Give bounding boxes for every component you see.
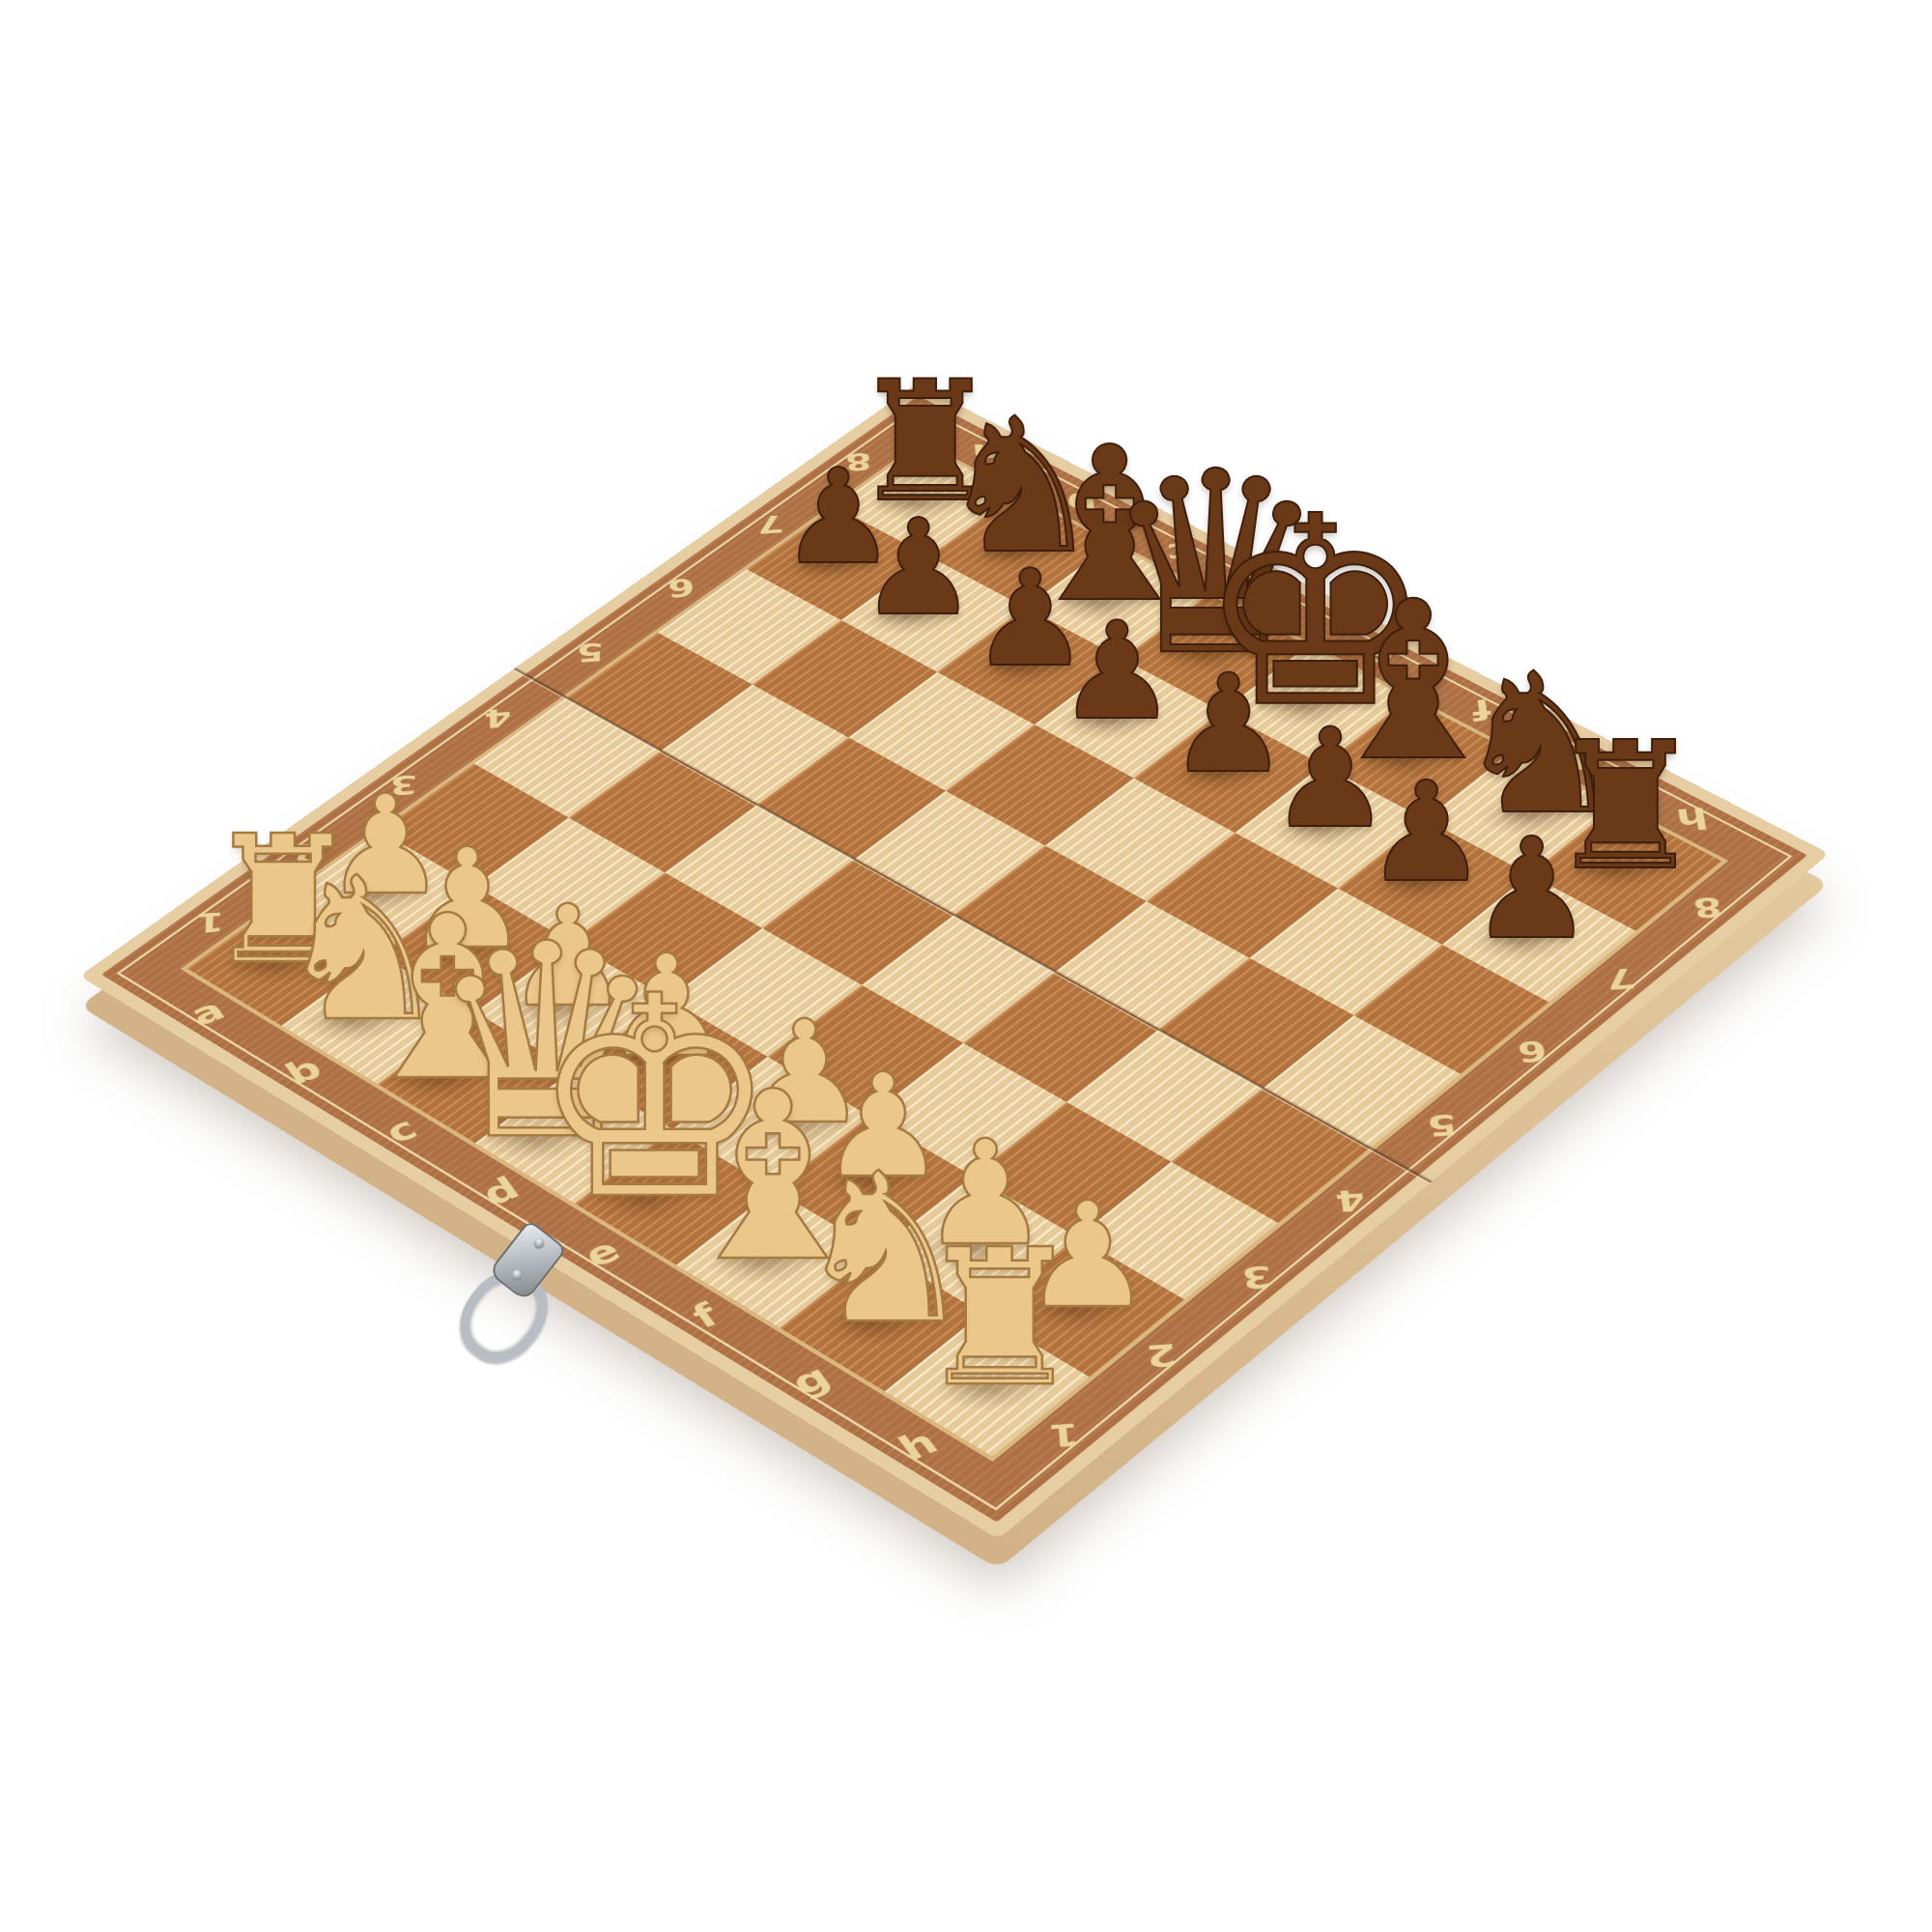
rank-label-right-2: 2 [1145,1337,1178,1374]
rank-label-right-4: 4 [1334,1182,1368,1218]
piece-dark-pawn-b7[interactable]: ♟ [860,501,979,634]
rank-label-left-6: 6 [668,573,696,603]
rank-label-right-6: 6 [1516,1034,1549,1068]
rank-label-right-5: 5 [1426,1108,1460,1143]
piece-dark-pawn-h7[interactable]: ♟ [1469,820,1594,959]
rank-label-left-5: 5 [577,637,605,668]
rank-label-right-3: 3 [1240,1259,1274,1295]
product-photo-stage: aa88bb77cc66dd55ee44ff33gg22hh11 ♜♞♝♛♚♝♞… [0,0,1932,1932]
rank-label-right-7: 7 [1604,962,1637,996]
piece-dark-pawn-d7[interactable]: ♟ [1057,604,1178,738]
latch-screw [509,1267,524,1282]
piece-light-rook-h1[interactable]: ♜ [915,1225,1084,1413]
rank-label-left-4: 4 [484,702,511,733]
latch-screw [531,1236,546,1251]
